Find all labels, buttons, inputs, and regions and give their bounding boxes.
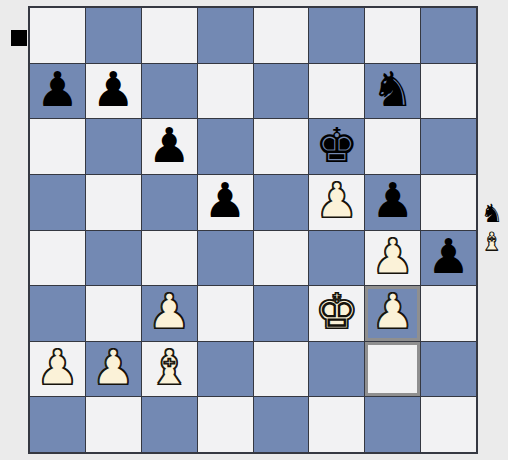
square-b3[interactable]	[86, 286, 141, 341]
piece-black-pawn-g5[interactable]: ♟	[371, 176, 414, 224]
piece-white-pawn-g4[interactable]: ♟	[371, 232, 414, 280]
square-f7[interactable]	[309, 64, 364, 119]
square-f6[interactable]: ♚	[309, 119, 364, 174]
square-d3[interactable]	[198, 286, 253, 341]
square-d5[interactable]: ♟	[198, 175, 253, 230]
square-e4[interactable]	[254, 231, 309, 286]
square-g8[interactable]	[365, 8, 420, 63]
square-a6[interactable]	[30, 119, 85, 174]
square-b1[interactable]	[86, 397, 141, 452]
square-c8[interactable]	[142, 8, 197, 63]
piece-white-king-f3[interactable]: ♚	[315, 287, 358, 335]
square-h8[interactable]	[421, 8, 476, 63]
square-d8[interactable]	[198, 8, 253, 63]
square-a2[interactable]: ♟	[30, 342, 85, 397]
piece-black-pawn-h4[interactable]: ♟	[427, 232, 470, 280]
square-g7[interactable]: ♞	[365, 64, 420, 119]
piece-black-knight-g7[interactable]: ♞	[371, 65, 414, 113]
tray-piece-black-knight: ♞	[481, 199, 503, 227]
square-g5[interactable]: ♟	[365, 175, 420, 230]
square-c3[interactable]: ♟	[142, 286, 197, 341]
square-f4[interactable]	[309, 231, 364, 286]
piece-white-pawn-a2[interactable]: ♟	[36, 343, 79, 391]
square-b2[interactable]: ♟	[86, 342, 141, 397]
square-b7[interactable]: ♟	[86, 64, 141, 119]
square-g1[interactable]	[365, 397, 420, 452]
square-a7[interactable]: ♟	[30, 64, 85, 119]
square-h3[interactable]	[421, 286, 476, 341]
square-c6[interactable]: ♟	[142, 119, 197, 174]
square-c2[interactable]: ♝	[142, 342, 197, 397]
piece-white-pawn-f5[interactable]: ♟	[315, 176, 358, 224]
square-f8[interactable]	[309, 8, 364, 63]
square-c1[interactable]	[142, 397, 197, 452]
square-e7[interactable]	[254, 64, 309, 119]
square-c4[interactable]	[142, 231, 197, 286]
square-d4[interactable]	[198, 231, 253, 286]
square-h6[interactable]	[421, 119, 476, 174]
square-a3[interactable]	[30, 286, 85, 341]
piece-black-pawn-d5[interactable]: ♟	[204, 176, 247, 224]
chess-app-window: ♟♟♞♟♚♟♟♟♟♟♟♚♟♟♟♝ ♞♝	[0, 0, 508, 460]
square-d1[interactable]	[198, 397, 253, 452]
square-c7[interactable]	[142, 64, 197, 119]
square-a1[interactable]	[30, 397, 85, 452]
square-h7[interactable]	[421, 64, 476, 119]
square-e3[interactable]	[254, 286, 309, 341]
square-f3[interactable]: ♚	[309, 286, 364, 341]
square-d7[interactable]	[198, 64, 253, 119]
square-h1[interactable]	[421, 397, 476, 452]
piece-white-bishop-c2[interactable]: ♝	[148, 343, 191, 391]
square-b4[interactable]	[86, 231, 141, 286]
square-b5[interactable]	[86, 175, 141, 230]
black-to-move-indicator	[11, 30, 27, 46]
piece-black-pawn-b7[interactable]: ♟	[92, 65, 135, 113]
square-e6[interactable]	[254, 119, 309, 174]
square-h4[interactable]: ♟	[421, 231, 476, 286]
square-a8[interactable]	[30, 8, 85, 63]
square-b8[interactable]	[86, 8, 141, 63]
square-e1[interactable]	[254, 397, 309, 452]
square-f5[interactable]: ♟	[309, 175, 364, 230]
square-h5[interactable]	[421, 175, 476, 230]
piece-black-pawn-a7[interactable]: ♟	[36, 65, 79, 113]
square-a4[interactable]	[30, 231, 85, 286]
tray-piece-white-bishop: ♝	[481, 227, 503, 255]
square-c5[interactable]	[142, 175, 197, 230]
square-e2[interactable]	[254, 342, 309, 397]
piece-black-pawn-c6[interactable]: ♟	[148, 121, 191, 169]
piece-black-king-f6[interactable]: ♚	[315, 121, 358, 169]
piece-white-pawn-b2[interactable]: ♟	[92, 343, 135, 391]
square-d6[interactable]	[198, 119, 253, 174]
square-e5[interactable]	[254, 175, 309, 230]
square-g4[interactable]: ♟	[365, 231, 420, 286]
square-g6[interactable]	[365, 119, 420, 174]
piece-white-pawn-g3[interactable]: ♟	[371, 287, 414, 335]
piece-white-pawn-c3[interactable]: ♟	[148, 287, 191, 335]
square-a5[interactable]	[30, 175, 85, 230]
square-g3[interactable]: ♟	[365, 286, 420, 341]
square-f1[interactable]	[309, 397, 364, 452]
square-d2[interactable]	[198, 342, 253, 397]
material-tray: ♞♝	[478, 199, 506, 255]
square-f2[interactable]	[309, 342, 364, 397]
chess-board: ♟♟♞♟♚♟♟♟♟♟♟♚♟♟♟♝	[28, 6, 478, 454]
square-g2[interactable]	[365, 342, 420, 397]
square-b6[interactable]	[86, 119, 141, 174]
square-e8[interactable]	[254, 8, 309, 63]
square-h2[interactable]	[421, 342, 476, 397]
